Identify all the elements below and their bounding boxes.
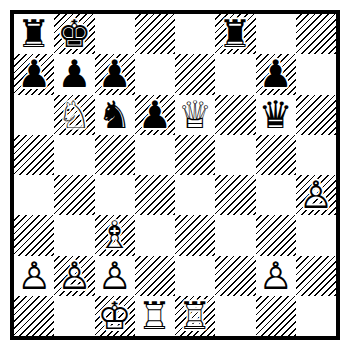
square-e8[interactable]	[175, 14, 215, 54]
square-g3[interactable]	[256, 215, 296, 255]
piece-white-pawn[interactable]: ♙	[98, 257, 132, 295]
square-c4[interactable]	[95, 175, 135, 215]
square-a3[interactable]	[14, 215, 54, 255]
square-d8[interactable]	[135, 14, 175, 54]
piece-white-pawn[interactable]: ♙	[299, 176, 333, 214]
square-g7[interactable]: ♟	[256, 54, 296, 94]
piece-black-rook[interactable]: ♜	[218, 15, 252, 53]
square-b5[interactable]	[54, 135, 94, 175]
square-c7[interactable]: ♟	[95, 54, 135, 94]
square-f4[interactable]	[215, 175, 255, 215]
square-f5[interactable]	[215, 135, 255, 175]
square-a4[interactable]	[14, 175, 54, 215]
square-f1[interactable]	[215, 296, 255, 336]
square-b2[interactable]: ♙	[54, 256, 94, 296]
square-e4[interactable]	[175, 175, 215, 215]
square-g8[interactable]	[256, 14, 296, 54]
piece-white-rook[interactable]: ♖	[138, 297, 172, 335]
piece-black-rook[interactable]: ♜	[17, 15, 51, 53]
diagram-frame: ♜♚♜♟♟♟♟♘♞♟♕♛♙♗♙♙♙♙♔♖♖	[0, 0, 350, 350]
square-f6[interactable]	[215, 95, 255, 135]
square-c6[interactable]: ♞	[95, 95, 135, 135]
square-f2[interactable]	[215, 256, 255, 296]
square-f7[interactable]	[215, 54, 255, 94]
square-e5[interactable]	[175, 135, 215, 175]
piece-white-pawn[interactable]: ♙	[57, 257, 91, 295]
piece-black-pawn[interactable]: ♟	[259, 55, 293, 93]
square-e3[interactable]	[175, 215, 215, 255]
square-h4[interactable]: ♙	[296, 175, 336, 215]
square-g2[interactable]: ♙	[256, 256, 296, 296]
piece-black-pawn[interactable]: ♟	[57, 55, 91, 93]
square-h7[interactable]	[296, 54, 336, 94]
square-c8[interactable]	[95, 14, 135, 54]
square-h5[interactable]	[296, 135, 336, 175]
square-h8[interactable]	[296, 14, 336, 54]
square-b1[interactable]	[54, 296, 94, 336]
square-d7[interactable]	[135, 54, 175, 94]
square-d2[interactable]	[135, 256, 175, 296]
square-e7[interactable]	[175, 54, 215, 94]
piece-white-rook[interactable]: ♖	[178, 297, 212, 335]
square-b4[interactable]	[54, 175, 94, 215]
square-c5[interactable]	[95, 135, 135, 175]
piece-white-king[interactable]: ♔	[98, 297, 132, 335]
square-g1[interactable]	[256, 296, 296, 336]
square-f3[interactable]	[215, 215, 255, 255]
piece-black-queen[interactable]: ♛	[259, 96, 293, 134]
square-a6[interactable]	[14, 95, 54, 135]
chess-board: ♜♚♜♟♟♟♟♘♞♟♕♛♙♗♙♙♙♙♔♖♖	[10, 10, 340, 340]
square-b7[interactable]: ♟	[54, 54, 94, 94]
square-e1[interactable]: ♖	[175, 296, 215, 336]
square-g6[interactable]: ♛	[256, 95, 296, 135]
square-a2[interactable]: ♙	[14, 256, 54, 296]
square-d6[interactable]: ♟	[135, 95, 175, 135]
square-h1[interactable]	[296, 296, 336, 336]
square-c3[interactable]: ♗	[95, 215, 135, 255]
square-e6[interactable]: ♕	[175, 95, 215, 135]
square-g5[interactable]	[256, 135, 296, 175]
square-e2[interactable]	[175, 256, 215, 296]
square-a1[interactable]	[14, 296, 54, 336]
square-d4[interactable]	[135, 175, 175, 215]
square-h3[interactable]	[296, 215, 336, 255]
piece-black-pawn[interactable]: ♟	[98, 55, 132, 93]
square-d3[interactable]	[135, 215, 175, 255]
square-a8[interactable]: ♜	[14, 14, 54, 54]
piece-black-king[interactable]: ♚	[57, 15, 91, 53]
square-c2[interactable]: ♙	[95, 256, 135, 296]
square-a5[interactable]	[14, 135, 54, 175]
square-h6[interactable]	[296, 95, 336, 135]
square-b8[interactable]: ♚	[54, 14, 94, 54]
piece-black-pawn[interactable]: ♟	[17, 55, 51, 93]
square-d5[interactable]	[135, 135, 175, 175]
square-h2[interactable]	[296, 256, 336, 296]
piece-black-knight[interactable]: ♞	[98, 96, 132, 134]
square-a7[interactable]: ♟	[14, 54, 54, 94]
square-b6[interactable]: ♘	[54, 95, 94, 135]
piece-white-queen[interactable]: ♕	[178, 96, 212, 134]
piece-black-pawn[interactable]: ♟	[138, 96, 172, 134]
square-b3[interactable]	[54, 215, 94, 255]
square-c1[interactable]: ♔	[95, 296, 135, 336]
square-f8[interactable]: ♜	[215, 14, 255, 54]
piece-white-knight[interactable]: ♘	[57, 96, 91, 134]
piece-white-pawn[interactable]: ♙	[17, 257, 51, 295]
square-d1[interactable]: ♖	[135, 296, 175, 336]
piece-white-pawn[interactable]: ♙	[259, 257, 293, 295]
square-g4[interactable]	[256, 175, 296, 215]
piece-white-bishop[interactable]: ♗	[98, 216, 132, 254]
